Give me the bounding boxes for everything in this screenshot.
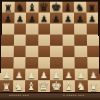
- square-a6[interactable]: [2, 23, 14, 34]
- square-h1[interactable]: ♜: [87, 80, 100, 92]
- piece-white-bishop[interactable]: ♝: [25, 74, 38, 92]
- square-f7[interactable]: ♟: [62, 13, 74, 24]
- square-a7[interactable]: ♟: [2, 13, 14, 24]
- frame-left-text: ▪▪▪▪▪▪ ▪▪▪: [9, 95, 29, 98]
- square-h5[interactable]: [86, 35, 98, 46]
- square-e1[interactable]: ♚: [50, 80, 63, 92]
- piece-black-pawn[interactable]: ♟: [50, 7, 62, 23]
- square-g7[interactable]: ♟: [74, 13, 86, 24]
- piece-black-pawn[interactable]: ♟: [2, 7, 14, 23]
- piece-white-king[interactable]: ♚: [50, 74, 63, 92]
- square-f4[interactable]: [62, 46, 74, 57]
- square-h6[interactable]: [86, 23, 98, 34]
- piece-white-knight[interactable]: ♞: [13, 74, 26, 92]
- piece-black-pawn[interactable]: ♟: [74, 7, 86, 23]
- square-d4[interactable]: [38, 46, 50, 57]
- square-c1[interactable]: ♝: [25, 80, 38, 92]
- square-b7[interactable]: ♟: [14, 13, 26, 24]
- square-h7[interactable]: ♟: [86, 13, 98, 24]
- square-a1[interactable]: ♜: [0, 80, 13, 92]
- square-a5[interactable]: [1, 35, 13, 46]
- square-b4[interactable]: [13, 46, 25, 57]
- square-c7[interactable]: ♟: [26, 13, 38, 24]
- square-f6[interactable]: [62, 23, 74, 34]
- square-b6[interactable]: [14, 23, 26, 34]
- square-h4[interactable]: [87, 46, 99, 57]
- square-e4[interactable]: [50, 46, 62, 57]
- square-g5[interactable]: [74, 35, 86, 46]
- square-a4[interactable]: [1, 46, 13, 57]
- piece-white-bishop[interactable]: ♝: [62, 74, 75, 92]
- square-e5[interactable]: [50, 35, 62, 46]
- square-g1[interactable]: ♞: [75, 80, 88, 92]
- piece-white-queen[interactable]: ♛: [38, 74, 51, 92]
- chess-app-screenshot: ♜♞♝♛♚♝♞♜♟♟♟♟♟♟♟♟♟♟♟♟♟♟♟♟♜♞♝♛♚♝♞♜ ▪▪▪▪▪▪ …: [0, 0, 100, 100]
- piece-black-pawn[interactable]: ♟: [86, 7, 98, 23]
- square-d7[interactable]: ♟: [38, 13, 50, 24]
- chess-board: ♜♞♝♛♚♝♞♜♟♟♟♟♟♟♟♟♟♟♟♟♟♟♟♟♜♞♝♛♚♝♞♜: [0, 2, 100, 92]
- square-c5[interactable]: [26, 35, 38, 46]
- frame-right-text: ▪ ▪▪▪▪▪ ▪▪▪: [63, 95, 84, 98]
- square-f1[interactable]: ♝: [62, 80, 75, 92]
- square-g6[interactable]: [74, 23, 86, 34]
- square-c4[interactable]: [25, 46, 37, 57]
- square-c6[interactable]: [26, 23, 38, 34]
- square-d1[interactable]: ♛: [38, 80, 51, 92]
- piece-white-rook[interactable]: ♜: [0, 74, 13, 92]
- square-e7[interactable]: ♟: [50, 13, 62, 24]
- piece-white-rook[interactable]: ♜: [87, 74, 100, 92]
- piece-white-knight[interactable]: ♞: [75, 74, 88, 92]
- piece-black-pawn[interactable]: ♟: [26, 7, 38, 23]
- square-f5[interactable]: [62, 35, 74, 46]
- piece-black-pawn[interactable]: ♟: [62, 7, 74, 23]
- square-g4[interactable]: [74, 46, 86, 57]
- square-b1[interactable]: ♞: [13, 80, 26, 92]
- square-e6[interactable]: [50, 23, 62, 34]
- piece-black-pawn[interactable]: ♟: [38, 7, 50, 23]
- square-b5[interactable]: [13, 35, 25, 46]
- square-d5[interactable]: [38, 35, 50, 46]
- piece-black-pawn[interactable]: ♟: [14, 7, 26, 23]
- square-d6[interactable]: [38, 23, 50, 34]
- board-frame: ▪▪▪▪▪▪ ▪▪▪ ▪ ▪▪▪▪▪ ▪▪▪: [0, 92, 100, 100]
